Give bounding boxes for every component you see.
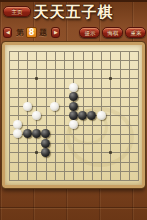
wood-plank-seam xyxy=(0,207,147,208)
app-screen: 主页 天天五子棋 ◀ 第 8 题 ▶ 提示 悔棋 重来 xyxy=(0,0,147,220)
black-stone xyxy=(87,111,96,120)
star-point xyxy=(35,151,38,154)
black-stone xyxy=(32,129,41,138)
prev-level-button[interactable]: ◀ xyxy=(3,27,12,38)
black-stone xyxy=(23,129,32,138)
black-stone xyxy=(69,111,78,120)
gomoku-board[interactable] xyxy=(5,45,142,185)
white-stone xyxy=(69,83,78,92)
level-suffix: 题 xyxy=(39,27,47,38)
header: 主页 天天五子棋 ◀ 第 8 题 ▶ 提示 悔棋 重来 xyxy=(0,2,147,40)
undo-button[interactable]: 悔棋 xyxy=(102,27,123,38)
white-stone xyxy=(69,120,78,129)
white-stone xyxy=(23,102,32,111)
level-number-badge: 8 xyxy=(26,27,37,38)
app-title: 天天五子棋 xyxy=(0,3,147,22)
black-stone xyxy=(41,139,50,148)
board-frame xyxy=(2,42,145,188)
black-stone xyxy=(69,92,78,101)
grid-line xyxy=(138,51,139,182)
restart-button[interactable]: 重来 xyxy=(125,27,146,38)
grid-line xyxy=(129,51,130,182)
white-stone xyxy=(13,120,22,129)
white-stone xyxy=(13,129,22,138)
next-level-button[interactable]: ▶ xyxy=(51,27,60,38)
white-stone xyxy=(32,111,41,120)
hint-button[interactable]: 提示 xyxy=(79,27,100,38)
black-stone xyxy=(41,148,50,157)
restart-button-label: 重来 xyxy=(130,30,141,36)
white-stone xyxy=(50,102,59,111)
star-point xyxy=(35,77,38,80)
grid-line xyxy=(9,180,140,181)
grid-line xyxy=(9,171,140,172)
grid-line xyxy=(9,162,140,163)
next-arrow-icon: ▶ xyxy=(54,30,58,35)
black-stone xyxy=(69,102,78,111)
white-stone xyxy=(97,111,106,120)
black-stone xyxy=(41,129,50,138)
level-prefix: 第 xyxy=(16,27,24,38)
hint-button-label: 提示 xyxy=(84,30,95,36)
undo-button-label: 悔棋 xyxy=(107,30,118,36)
star-point xyxy=(109,77,112,80)
black-stone xyxy=(78,111,87,120)
prev-arrow-icon: ◀ xyxy=(6,30,10,35)
level-selector: ◀ 第 8 题 ▶ xyxy=(3,26,60,39)
level-label: 第 8 题 xyxy=(15,26,48,40)
